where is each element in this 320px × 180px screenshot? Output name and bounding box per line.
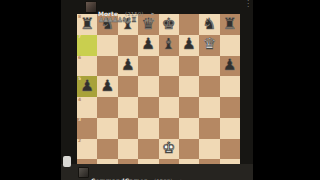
square-b7[interactable] [97,35,117,56]
square-h7[interactable] [220,35,240,56]
menu-icon[interactable]: ⋮ [244,0,252,9]
piece-black-rook[interactable]: ♜ [80,16,94,32]
square-d2[interactable] [138,139,158,160]
square-h3[interactable] [220,118,240,139]
square-a8[interactable]: 8♜ [77,14,97,35]
piece-black-bishop[interactable]: ♝ [162,37,176,53]
piece-black-pawn[interactable]: ♟ [182,37,196,53]
square-a7[interactable]: 7 [77,35,97,56]
square-a4[interactable]: 4 [77,97,97,118]
square-h5[interactable] [220,76,240,97]
square-c2[interactable] [118,139,138,160]
bottom-player-bar: CommandGamer (1500) ⚑ [61,164,253,180]
square-f8[interactable] [179,14,199,35]
piece-black-rook[interactable]: ♜ [223,16,237,32]
square-d3[interactable] [138,118,158,139]
square-a5[interactable]: 5♟ [77,76,97,97]
bottom-player-name[interactable]: CommandGamer [91,177,147,180]
square-a3[interactable]: 3 [77,118,97,139]
square-d6[interactable] [138,56,158,77]
square-h2[interactable] [220,139,240,160]
top-player-bar: Morte (2150) ⚑ ♟♟♟♟♟♞♝♜ +16 [61,0,253,14]
square-c3[interactable] [118,118,138,139]
captured-pieces: ♟♟♟♟♟♞♝♜ [98,16,135,24]
rank-label-6: 6 [78,56,81,61]
square-f2[interactable] [179,139,199,160]
square-e4[interactable] [159,97,179,118]
square-e6[interactable] [159,56,179,77]
square-d4[interactable] [138,97,158,118]
square-b4[interactable] [97,97,117,118]
chess-board[interactable]: 8♜♞♝♛♚♞♜7♟♝♟♛6♟♟5♟♟432♚ [77,14,240,180]
square-b6[interactable] [97,56,117,77]
piece-black-pawn[interactable]: ♟ [121,58,135,74]
material-advantage: +16 [145,17,156,23]
square-f5[interactable] [179,76,199,97]
square-f6[interactable] [179,56,199,77]
rank-label-2: 2 [78,139,81,144]
overlay-chip [63,156,71,167]
bottom-player-avatar[interactable] [78,167,89,178]
square-h4[interactable] [220,97,240,118]
square-e5[interactable] [159,76,179,97]
piece-black-pawn[interactable]: ♟ [101,78,115,94]
square-g5[interactable] [199,76,219,97]
square-e7[interactable]: ♝ [159,35,179,56]
bottom-player-name-line: CommandGamer (1500) ⚑ [91,168,183,175]
piece-black-king[interactable]: ♚ [162,16,176,32]
square-g2[interactable] [199,139,219,160]
square-a2[interactable]: 2 [77,139,97,160]
square-f4[interactable] [179,97,199,118]
square-g7[interactable]: ♛ [199,35,219,56]
square-f3[interactable] [179,118,199,139]
piece-black-pawn[interactable]: ♟ [141,37,155,53]
piece-black-knight[interactable]: ♞ [202,16,216,32]
square-c4[interactable] [118,97,138,118]
square-e3[interactable] [159,118,179,139]
square-b3[interactable] [97,118,117,139]
square-f7[interactable]: ♟ [179,35,199,56]
top-player-avatar[interactable] [85,1,97,13]
square-b5[interactable]: ♟ [97,76,117,97]
square-a6[interactable]: 6 [77,56,97,77]
bottom-player-flag-icon: ⚑ [179,179,183,180]
square-h8[interactable]: ♜ [220,14,240,35]
square-c5[interactable] [118,76,138,97]
rank-label-7: 7 [78,35,81,40]
square-g8[interactable]: ♞ [199,14,219,35]
rank-label-4: 4 [78,98,81,103]
video-frame: Morte (2150) ⚑ ♟♟♟♟♟♞♝♜ +16 ⋮ 8♜♞♝♛♚♞♜7♟… [61,0,253,180]
bottom-player-rating: (1500) [154,178,172,180]
square-e8[interactable]: ♚ [159,14,179,35]
square-h6[interactable]: ♟ [220,56,240,77]
square-b2[interactable] [97,139,117,160]
square-g4[interactable] [199,97,219,118]
square-c6[interactable]: ♟ [118,56,138,77]
square-e2[interactable]: ♚ [159,139,179,160]
captured-pieces-tray: ♟♟♟♟♟♞♝♜ +16 [98,7,155,26]
rank-label-3: 3 [78,118,81,123]
square-g6[interactable] [199,56,219,77]
piece-black-pawn[interactable]: ♟ [223,58,237,74]
square-c7[interactable] [118,35,138,56]
square-d7[interactable]: ♟ [138,35,158,56]
square-g3[interactable] [199,118,219,139]
square-d5[interactable] [138,76,158,97]
piece-white-king[interactable]: ♚ [162,141,176,157]
piece-black-pawn[interactable]: ♟ [80,78,94,94]
piece-white-queen[interactable]: ♛ [202,37,216,53]
